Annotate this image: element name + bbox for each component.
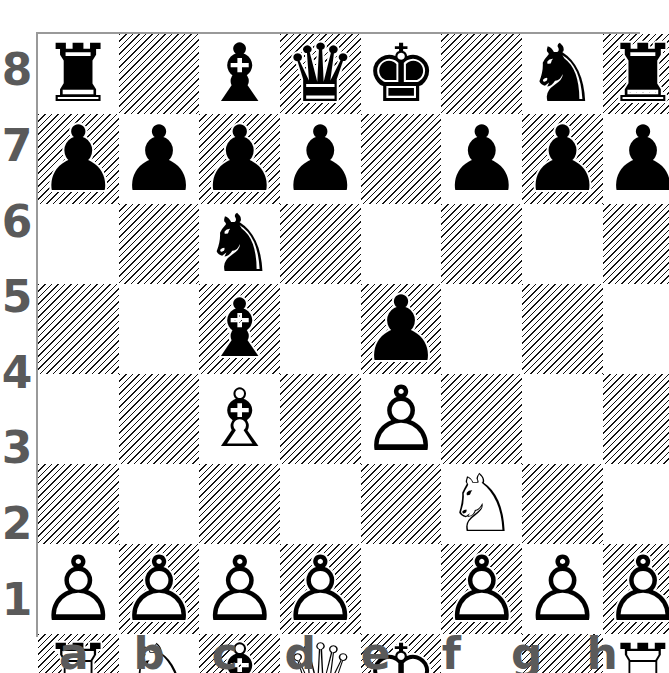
piece-fill-layer: ♛: [285, 34, 357, 114]
piece-fill-layer: ♟: [280, 114, 361, 204]
piece-outline-layer: ♚: [365, 34, 437, 114]
square-c4[interactable]: ♝♗: [199, 374, 280, 464]
square-f5[interactable]: [441, 284, 522, 374]
square-d4[interactable]: [280, 374, 361, 464]
white-bishop[interactable]: ♝♗: [199, 374, 280, 464]
piece-outline-layer: ♙: [603, 544, 669, 634]
square-b5[interactable]: [119, 284, 200, 374]
square-g4[interactable]: [522, 374, 603, 464]
file-label-d: d: [263, 636, 339, 673]
rank-label-7: 7: [0, 108, 34, 184]
square-d5[interactable]: [280, 284, 361, 374]
square-h6[interactable]: [603, 204, 669, 284]
square-h3[interactable]: [603, 464, 669, 544]
square-a8[interactable]: ♜♜: [38, 34, 119, 114]
piece-outline-layer: ♟: [603, 114, 669, 204]
chess-board: ♜♜♝♝♛♛♚♚♞♞♜♜♟♟♟♟♟♟♟♟♟♟♟♟♟♟♞♞♝♝♟♟♝♗♟♙♞♘♟♙…: [36, 32, 640, 637]
square-f2[interactable]: ♟♙: [441, 544, 522, 634]
piece-fill-layer: ♟: [522, 544, 603, 634]
piece-fill-layer: ♟: [441, 114, 522, 204]
square-a4[interactable]: [38, 374, 119, 464]
black-bishop[interactable]: ♝♝: [199, 34, 280, 114]
piece-outline-layer: ♟: [441, 114, 522, 204]
piece-fill-layer: ♟: [38, 114, 119, 204]
square-e8[interactable]: ♚♚: [361, 34, 442, 114]
square-e3[interactable]: [361, 464, 442, 544]
square-a7[interactable]: ♟♟: [38, 114, 119, 204]
piece-outline-layer: ♘: [446, 464, 518, 544]
black-pawn[interactable]: ♟♟: [441, 114, 522, 204]
piece-fill-layer: ♟: [441, 544, 522, 634]
square-b8[interactable]: [119, 34, 200, 114]
square-g3[interactable]: [522, 464, 603, 544]
piece-outline-layer: ♙: [280, 544, 361, 634]
piece-fill-layer: ♟: [38, 544, 119, 634]
white-pawn[interactable]: ♟♙: [38, 544, 119, 634]
square-c3[interactable]: [199, 464, 280, 544]
piece-outline-layer: ♟: [38, 114, 119, 204]
square-h2[interactable]: ♟♙: [603, 544, 669, 634]
square-f4[interactable]: [441, 374, 522, 464]
black-bishop[interactable]: ♝♝: [199, 284, 280, 374]
file-labels: abcdefgh: [36, 636, 640, 673]
black-queen[interactable]: ♛♛: [280, 34, 361, 114]
file-label-c: c: [187, 636, 263, 673]
white-pawn[interactable]: ♟♙: [199, 544, 280, 634]
square-h4[interactable]: [603, 374, 669, 464]
black-pawn[interactable]: ♟♟: [38, 114, 119, 204]
square-f3[interactable]: ♞♘: [441, 464, 522, 544]
piece-outline-layer: ♗: [204, 379, 276, 459]
square-a3[interactable]: [38, 464, 119, 544]
square-g2[interactable]: ♟♙: [522, 544, 603, 634]
white-knight[interactable]: ♞♘: [441, 464, 522, 544]
black-pawn[interactable]: ♟♟: [361, 284, 442, 374]
piece-outline-layer: ♙: [119, 544, 200, 634]
piece-fill-layer: ♟: [361, 284, 442, 374]
square-a6[interactable]: [38, 204, 119, 284]
file-label-a: a: [36, 636, 112, 673]
square-e6[interactable]: [361, 204, 442, 284]
square-h5[interactable]: [603, 284, 669, 374]
piece-fill-layer: ♟: [603, 114, 669, 204]
piece-fill-layer: ♚: [365, 34, 437, 114]
file-label-g: g: [489, 636, 565, 673]
white-pawn[interactable]: ♟♙: [119, 544, 200, 634]
piece-fill-layer: ♟: [280, 544, 361, 634]
piece-outline-layer: ♙: [522, 544, 603, 634]
square-f6[interactable]: [441, 204, 522, 284]
piece-fill-layer: ♟: [522, 114, 603, 204]
square-d6[interactable]: [280, 204, 361, 284]
square-f7[interactable]: ♟♟: [441, 114, 522, 204]
square-b2[interactable]: ♟♙: [119, 544, 200, 634]
rank-label-3: 3: [0, 410, 34, 486]
black-king[interactable]: ♚♚: [361, 34, 442, 114]
square-h7[interactable]: ♟♟: [603, 114, 669, 204]
piece-fill-layer: ♟: [361, 374, 442, 464]
piece-outline-layer: ♝: [204, 289, 276, 369]
black-rook[interactable]: ♜♜: [603, 34, 669, 114]
piece-outline-layer: ♞: [527, 34, 599, 114]
piece-fill-layer: ♝: [204, 289, 276, 369]
piece-fill-layer: ♜: [607, 34, 669, 114]
white-pawn[interactable]: ♟♙: [603, 544, 669, 634]
white-pawn[interactable]: ♟♙: [522, 544, 603, 634]
square-d7[interactable]: ♟♟: [280, 114, 361, 204]
square-h8[interactable]: ♜♜: [603, 34, 669, 114]
black-pawn[interactable]: ♟♟: [280, 114, 361, 204]
rank-label-6: 6: [0, 183, 34, 259]
black-pawn[interactable]: ♟♟: [119, 114, 200, 204]
piece-fill-layer: ♟: [119, 114, 200, 204]
black-pawn[interactable]: ♟♟: [603, 114, 669, 204]
square-e4[interactable]: ♟♙: [361, 374, 442, 464]
square-c6[interactable]: ♞♞: [199, 204, 280, 284]
piece-fill-layer: ♝: [204, 34, 276, 114]
square-g6[interactable]: [522, 204, 603, 284]
rank-label-1: 1: [0, 561, 34, 637]
file-label-f: f: [414, 636, 490, 673]
piece-outline-layer: ♙: [38, 544, 119, 634]
white-pawn[interactable]: ♟♙: [280, 544, 361, 634]
square-e7[interactable]: [361, 114, 442, 204]
piece-fill-layer: ♞: [527, 34, 599, 114]
chess-diagram: 87654321 ♜♜♝♝♛♛♚♚♞♞♜♜♟♟♟♟♟♟♟♟♟♟♟♟♟♟♞♞♝♝♟…: [0, 0, 669, 673]
square-g8[interactable]: ♞♞: [522, 34, 603, 114]
piece-outline-layer: ♜: [42, 34, 114, 114]
file-label-h: h: [565, 636, 641, 673]
piece-fill-layer: ♟: [199, 114, 280, 204]
rank-label-4: 4: [0, 335, 34, 411]
black-knight[interactable]: ♞♞: [199, 204, 280, 284]
piece-outline-layer: ♟: [361, 284, 442, 374]
square-e2[interactable]: [361, 544, 442, 634]
piece-fill-layer: ♜: [42, 34, 114, 114]
rank-labels: 87654321: [0, 32, 34, 637]
black-rook[interactable]: ♜♜: [38, 34, 119, 114]
piece-outline-layer: ♟: [522, 114, 603, 204]
piece-fill-layer: ♟: [119, 544, 200, 634]
rank-label-5: 5: [0, 259, 34, 335]
square-b4[interactable]: [119, 374, 200, 464]
piece-outline-layer: ♞: [204, 204, 276, 284]
square-c8[interactable]: ♝♝: [199, 34, 280, 114]
square-c7[interactable]: ♟♟: [199, 114, 280, 204]
square-b3[interactable]: [119, 464, 200, 544]
square-e5[interactable]: ♟♟: [361, 284, 442, 374]
square-c2[interactable]: ♟♙: [199, 544, 280, 634]
piece-outline-layer: ♙: [199, 544, 280, 634]
file-label-b: b: [112, 636, 188, 673]
square-a5[interactable]: [38, 284, 119, 374]
piece-fill-layer: ♝: [204, 379, 276, 459]
piece-fill-layer: ♞: [446, 464, 518, 544]
piece-fill-layer: ♞: [204, 204, 276, 284]
piece-outline-layer: ♟: [119, 114, 200, 204]
piece-outline-layer: ♟: [199, 114, 280, 204]
square-d8[interactable]: ♛♛: [280, 34, 361, 114]
piece-outline-layer: ♙: [361, 374, 442, 464]
piece-outline-layer: ♟: [280, 114, 361, 204]
square-d2[interactable]: ♟♙: [280, 544, 361, 634]
square-a2[interactable]: ♟♙: [38, 544, 119, 634]
rank-label-2: 2: [0, 486, 34, 562]
black-pawn[interactable]: ♟♟: [199, 114, 280, 204]
square-d3[interactable]: [280, 464, 361, 544]
piece-outline-layer: ♜: [607, 34, 669, 114]
piece-outline-layer: ♝: [204, 34, 276, 114]
square-f8[interactable]: [441, 34, 522, 114]
square-g7[interactable]: ♟♟: [522, 114, 603, 204]
black-pawn[interactable]: ♟♟: [522, 114, 603, 204]
black-knight[interactable]: ♞♞: [522, 34, 603, 114]
white-pawn[interactable]: ♟♙: [441, 544, 522, 634]
square-b6[interactable]: [119, 204, 200, 284]
piece-outline-layer: ♙: [441, 544, 522, 634]
file-label-e: e: [338, 636, 414, 673]
square-b7[interactable]: ♟♟: [119, 114, 200, 204]
piece-fill-layer: ♟: [199, 544, 280, 634]
white-pawn[interactable]: ♟♙: [361, 374, 442, 464]
square-c5[interactable]: ♝♝: [199, 284, 280, 374]
piece-fill-layer: ♟: [603, 544, 669, 634]
piece-outline-layer: ♛: [285, 34, 357, 114]
rank-label-8: 8: [0, 32, 34, 108]
square-g5[interactable]: [522, 284, 603, 374]
